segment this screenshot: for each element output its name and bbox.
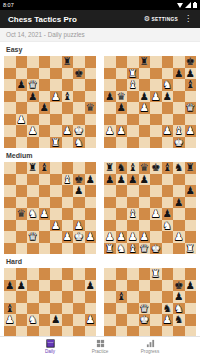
status-icons [177,2,197,8]
square [39,125,51,137]
square [162,185,174,197]
square [116,56,128,68]
square: ♚ [150,243,162,255]
white-pawn: ♟ [185,125,197,137]
square: ♝ [185,79,197,91]
square: ♟ [139,231,151,243]
square: ♝ [127,208,139,220]
square: ♟ [104,174,116,186]
square [39,280,51,292]
square [16,162,28,174]
square: ♟ [185,185,197,197]
square [150,137,162,149]
square: ♟ [162,314,174,326]
square: ♟ [16,280,28,292]
white-pawn: ♟ [50,220,62,232]
square [85,125,97,137]
black-king: ♚ [73,68,85,80]
board-row: ♜♚♟♛♟♟♝♟♛♟♟♟♚♜♞♜♚♜♟♟♝♞♝♟♛♟♟♟♟♟♛♟♟♟♝♟♚ [0,56,200,148]
nav-item-daily[interactable]: Daily [26,337,74,356]
nav-item-progress[interactable]: Progress [126,337,174,356]
square [150,220,162,232]
white-pawn: ♟ [85,314,97,326]
square: ♝ [173,125,185,137]
app-title: Chess Tactics Pro [8,15,144,24]
white-pawn: ♟ [27,125,39,137]
square [4,291,16,303]
white-pawn: ♟ [104,231,116,243]
nav-label: Progress [141,349,159,354]
square [62,303,74,315]
square: ♚ [150,162,162,174]
square: ♟ [4,314,16,326]
black-pawn: ♟ [162,208,174,220]
square [104,280,116,292]
settings-button[interactable]: ⚙ SETTINGS [144,16,178,23]
square: ♟ [39,208,51,220]
square [39,314,51,326]
black-knight: ♞ [173,162,185,174]
white-bishop: ♝ [173,125,185,137]
white-knight: ♞ [162,79,174,91]
square [27,268,39,280]
square: ♟ [104,91,116,103]
square [116,268,128,280]
square [185,137,197,149]
square [139,197,151,209]
square: ♜ [62,56,74,68]
white-rook: ♜ [185,243,197,255]
square [116,68,128,80]
square [62,137,74,149]
square [62,162,74,174]
square: ♞ [27,314,39,326]
square: ♟ [173,197,185,209]
square [173,174,185,186]
square [139,137,151,149]
square [39,56,51,68]
black-king: ♚ [185,56,197,68]
bottom-nav: Daily Practice Progress [0,336,200,356]
chess-board[interactable]: ♜♝♝♚♟♟♛♞♟♟♟♛♟♚♟ [4,162,96,254]
square: ♟ [116,102,128,114]
white-king: ♚ [150,243,162,255]
white-knight: ♞ [116,243,128,255]
square [27,56,39,68]
board-row: ♜♝♝♚♟♟♛♞♟♟♟♛♟♚♟♜♞♝♛♚♝♞♜♟♟♟♟♟♟♝♟♟♞♟♟♟♟♟♜♞… [0,162,200,254]
square [73,268,85,280]
square [185,291,197,303]
white-queen: ♛ [139,243,151,255]
square [162,137,174,149]
square: ♚ [185,56,197,68]
square [173,243,185,255]
black-pawn: ♟ [173,197,185,209]
square [50,243,62,255]
square: ♟ [62,125,74,137]
square [4,185,16,197]
settings-label: SETTINGS [152,17,178,22]
square [85,114,97,126]
white-pawn: ♟ [50,91,62,103]
square [27,291,39,303]
square: ♟ [162,125,174,137]
square [50,114,62,126]
square [185,208,197,220]
black-queen: ♛ [16,208,28,220]
square [173,208,185,220]
square [162,174,174,186]
square: ♝ [116,291,128,303]
white-bishop: ♝ [127,243,139,255]
square [27,137,39,149]
nav-label: Daily [45,349,55,354]
square: ♜ [50,137,62,149]
square [104,314,116,326]
square [104,79,116,91]
square [139,291,151,303]
square: ♟ [85,280,97,292]
black-pawn: ♟ [16,79,28,91]
square [185,314,197,326]
square [104,197,116,209]
square [73,280,85,292]
square [185,231,197,243]
white-pawn: ♟ [116,125,128,137]
square [185,268,197,280]
square: ♜ [27,162,39,174]
square [16,231,28,243]
square [16,268,28,280]
square: ♟ [50,314,62,326]
square: ♟ [116,174,128,186]
square: ♟ [139,102,151,114]
square [62,280,74,292]
square [150,68,162,80]
square [62,314,74,326]
square: ♞ [162,220,174,232]
square [39,303,51,315]
square [173,185,185,197]
square [104,268,116,280]
square [139,185,151,197]
square: ♞ [162,79,174,91]
calendar-icon [46,339,55,348]
square: ♟ [16,114,28,126]
square [116,185,128,197]
square [162,102,174,114]
app-bar: Chess Tactics Pro ⚙ SETTINGS ⋮ [0,10,200,28]
gear-icon: ⚙ [144,16,150,23]
square: ♝ [127,243,139,255]
white-queen: ♛ [185,102,197,114]
white-queen: ♛ [27,231,39,243]
square: ♜ [104,243,116,255]
square [150,303,162,315]
chess-board[interactable]: ♜♚♜♟♟♝♞♝♟♛♟♟♟♟♟♛♟♟♟♝♟♚ [104,56,196,148]
square [162,280,174,292]
square: ♟ [27,91,39,103]
square [139,208,151,220]
square: ♟ [85,231,97,243]
white-pawn: ♟ [150,91,162,103]
square: ♚ [73,68,85,80]
chess-board[interactable]: ♜♚♟♛♟♟♝♟♛♟♟♟♚♜♞ [4,56,96,148]
square [173,91,185,103]
black-pawn: ♟ [73,185,85,197]
square [85,162,97,174]
square [127,303,139,315]
square: ♛ [139,243,151,255]
square [73,91,85,103]
square [127,102,139,114]
square: ♝ [62,174,74,186]
square: ♜ [104,162,116,174]
square [16,243,28,255]
square [139,125,151,137]
square [50,68,62,80]
square [116,137,128,149]
square [16,291,28,303]
square [104,185,116,197]
square [85,197,97,209]
square [4,137,16,149]
square [85,68,97,80]
white-pawn: ♟ [85,231,97,243]
black-pawn: ♟ [50,314,62,326]
square [62,291,74,303]
white-pawn: ♟ [39,208,51,220]
black-pawn: ♟ [116,174,128,186]
square [116,79,128,91]
square: ♟ [50,220,62,232]
square [116,208,128,220]
square [16,125,28,137]
black-rook: ♜ [139,56,151,68]
square [16,303,28,315]
square: ♟ [39,102,51,114]
square [73,197,85,209]
square [4,79,16,91]
square [39,243,51,255]
black-bishop: ♝ [162,162,174,174]
square [39,291,51,303]
white-king: ♚ [73,231,85,243]
square: ♟ [116,231,128,243]
section-label: Easy [6,46,200,53]
nav-label: Practice [92,349,109,354]
square: ♟ [150,91,162,103]
square: ♞ [73,137,85,149]
square: ♟ [73,185,85,197]
black-pawn: ♟ [185,185,197,197]
square [85,56,97,68]
square [62,79,74,91]
square [104,56,116,68]
square [185,220,197,232]
white-pawn: ♟ [150,208,162,220]
square [150,231,162,243]
square [127,185,139,197]
square: ♟ [173,231,185,243]
square [139,268,151,280]
white-knight: ♞ [27,208,39,220]
black-pawn: ♟ [173,68,185,80]
square: ♞ [116,162,128,174]
square [162,291,174,303]
nav-item-practice[interactable]: Practice [76,337,124,356]
black-pawn: ♟ [139,174,151,186]
square: ♜ [185,162,197,174]
puzzle-sections: Easy♜♚♟♛♟♟♝♟♛♟♟♟♚♜♞♜♚♜♟♟♝♞♝♟♛♟♟♟♟♟♛♟♟♟♝♟… [0,42,200,356]
square [173,79,185,91]
square [16,174,28,186]
white-pawn: ♟ [139,102,151,114]
overflow-menu-button[interactable]: ⋮ [184,15,192,23]
black-bishop: ♝ [185,79,197,91]
chess-board[interactable]: ♜♞♝♛♚♝♞♜♟♟♟♟♟♟♝♟♟♞♟♟♟♟♟♜♞♝♛♚♜ [104,162,196,254]
square [139,68,151,80]
white-pawn: ♟ [162,314,174,326]
square: ♚ [173,137,185,149]
square [39,114,51,126]
square: ♟ [173,68,185,80]
square [16,137,28,149]
square [62,68,74,80]
square [104,303,116,315]
square [73,303,85,315]
status-time: 8:07 [3,2,14,8]
black-pawn: ♟ [85,280,97,292]
square [50,174,62,186]
square [4,91,16,103]
wifi-icon [177,2,183,8]
white-knight: ♞ [27,314,39,326]
square: ♟ [173,291,185,303]
square: ♚ [73,231,85,243]
square [50,208,62,220]
square: ♚ [73,125,85,137]
square [127,314,139,326]
square [39,174,51,186]
black-bishop: ♝ [116,291,128,303]
square [62,243,74,255]
square [150,56,162,68]
square [162,268,174,280]
black-rook: ♜ [27,162,39,174]
square [16,314,28,326]
black-bishop: ♝ [62,91,74,103]
white-pawn: ♟ [162,125,174,137]
square: ♟ [162,91,174,103]
signal-icon [185,2,191,8]
square [150,125,162,137]
square: ♛ [85,102,97,114]
square: ♟ [150,208,162,220]
black-pawn: ♟ [85,174,97,186]
square [185,303,197,315]
square [127,56,139,68]
app-screen: 8:07 Chess Tactics Pro ⚙ SETTINGS ⋮ Oct … [0,0,200,356]
square [4,220,16,232]
square [73,79,85,91]
white-queen: ♛ [27,79,39,91]
square [50,79,62,91]
square [85,137,97,149]
square: ♟ [162,208,174,220]
square [50,197,62,209]
square: ♛ [185,102,197,114]
white-knight: ♞ [162,220,174,232]
square: ♛ [27,231,39,243]
square: ♟ [116,125,128,137]
practice-icon [96,339,105,348]
square [116,197,128,209]
square [27,243,39,255]
square [150,185,162,197]
square: ♟ [16,79,28,91]
square: ♞ [116,243,128,255]
square [162,231,174,243]
square [139,79,151,91]
white-bishop: ♝ [62,174,74,186]
battery-icon [193,2,197,8]
square [116,303,128,315]
square [150,280,162,292]
white-rook: ♜ [104,243,116,255]
square [85,185,97,197]
square [16,102,28,114]
square: ♟ [185,125,197,137]
black-pawn: ♟ [185,280,197,292]
black-pawn: ♟ [39,102,51,114]
black-pawn: ♟ [116,102,128,114]
square [85,268,97,280]
square: ♟ [50,91,62,103]
square [127,268,139,280]
square [62,102,74,114]
square [127,91,139,103]
black-pawn: ♟ [173,291,185,303]
black-rook: ♜ [104,162,116,174]
square [50,185,62,197]
square [85,291,97,303]
square [104,208,116,220]
square [27,174,39,186]
square [139,114,151,126]
square [150,291,162,303]
square: ♟ [4,280,16,292]
square [50,56,62,68]
section-label: Medium [6,152,200,159]
square [62,197,74,209]
square [27,102,39,114]
square [27,280,39,292]
square: ♜ [139,56,151,68]
white-pawn: ♟ [139,231,151,243]
white-knight: ♞ [73,137,85,149]
square [4,102,16,114]
square: ♟ [85,174,97,186]
white-pawn: ♟ [116,231,128,243]
white-pawn: ♟ [173,231,185,243]
square [104,102,116,114]
square: ♝ [127,79,139,91]
white-bishop: ♝ [127,208,139,220]
square [116,314,128,326]
square [4,174,16,186]
status-bar: 8:07 [0,0,200,10]
